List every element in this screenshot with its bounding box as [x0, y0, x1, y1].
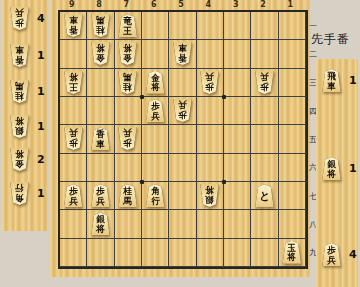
piece-gote-pawn[interactable]: 歩兵 — [9, 7, 30, 30]
piece-gote-silver[interactable]: 銀将 — [199, 184, 220, 207]
piece-kanji: 車 — [178, 43, 187, 53]
board-cell[interactable]: 歩兵 — [142, 97, 169, 125]
file-label: 3 — [222, 0, 249, 10]
board-cell[interactable] — [169, 182, 196, 210]
board-cell[interactable]: 銀将 — [87, 210, 114, 238]
board-cell[interactable] — [60, 239, 87, 267]
board-cell[interactable] — [224, 239, 251, 267]
piece-sente-rook[interactable]: 飛車 — [321, 69, 342, 92]
piece-kanji: 行 — [15, 183, 24, 193]
board-cell[interactable]: 金将 — [115, 40, 142, 68]
board-cell[interactable]: 歩兵 — [115, 125, 142, 153]
piece-kanji: 兵 — [260, 72, 269, 82]
piece-gote-lance[interactable]: 香車 — [9, 44, 30, 67]
piece-kanji: 行 — [151, 197, 160, 207]
piece-gote-knight[interactable]: 桂馬 — [117, 71, 138, 94]
file-label: 4 — [195, 0, 222, 10]
piece-sente-knight[interactable]: 桂馬 — [117, 184, 138, 207]
hoshi-dot — [222, 180, 226, 184]
hoshi-dot — [140, 180, 144, 184]
piece-kanji: 馬 — [96, 15, 105, 25]
piece-kanji: 桂 — [15, 91, 24, 101]
gote-hand-silver[interactable]: 銀将1 — [9, 115, 45, 138]
board-cell[interactable] — [251, 125, 278, 153]
piece-kanji: 車 — [96, 140, 105, 150]
board-cell[interactable] — [169, 239, 196, 267]
board-cell[interactable] — [197, 12, 224, 40]
piece-gote-pawn[interactable]: 歩兵 — [117, 127, 138, 150]
piece-kanji: 香 — [15, 55, 24, 65]
piece-kanji: 将 — [124, 43, 133, 53]
board-cell[interactable] — [224, 125, 251, 153]
piece-kanji: 桂 — [96, 25, 105, 35]
gote-captured-tray: 歩兵4香車1桂馬1銀将1金将2角行1 — [2, 0, 48, 231]
board-cell[interactable] — [115, 154, 142, 182]
board-cell[interactable] — [224, 40, 251, 68]
capture-count: 1 — [37, 85, 45, 98]
board-cell[interactable]: 桂馬 — [87, 12, 114, 40]
piece-sente-king[interactable]: 玉将 — [281, 241, 302, 264]
board-cell[interactable] — [224, 182, 251, 210]
board-cell[interactable] — [279, 40, 306, 68]
piece-gote-pawn[interactable]: 歩兵 — [199, 71, 220, 94]
board-cell[interactable] — [169, 210, 196, 238]
capture-count: 1 — [349, 74, 357, 87]
board-cell[interactable]: 歩兵 — [251, 69, 278, 97]
piece-kanji: 兵 — [327, 256, 336, 266]
piece-gote-pawn[interactable]: 歩兵 — [254, 71, 275, 94]
board-cell[interactable]: 角行 — [142, 182, 169, 210]
piece-kanji: 馬 — [124, 197, 133, 207]
board-cell[interactable]: 玉将 — [279, 239, 306, 267]
hoshi-dot — [222, 95, 226, 99]
piece-kanji: 兵 — [178, 100, 187, 110]
piece-kanji: 兵 — [206, 72, 215, 82]
capture-count: 4 — [349, 248, 357, 261]
file-label: 8 — [85, 0, 112, 10]
capture-count: 1 — [349, 162, 357, 175]
board-cell[interactable] — [224, 210, 251, 238]
piece-kanji: 角 — [15, 193, 24, 203]
piece-kanji: 将 — [15, 116, 24, 126]
board-cell[interactable] — [279, 12, 306, 40]
piece-kanji: 将 — [151, 83, 160, 93]
piece-kanji: 王 — [69, 81, 78, 91]
piece-kanji: 兵 — [69, 128, 78, 138]
board-cell[interactable] — [197, 125, 224, 153]
piece-kanji: 将 — [327, 170, 336, 180]
board-cell[interactable] — [279, 69, 306, 97]
piece-kanji: 桂 — [124, 81, 133, 91]
board-cell[interactable] — [251, 97, 278, 125]
board-cell[interactable] — [142, 210, 169, 238]
piece-kanji: 兵 — [69, 197, 78, 207]
board-cell[interactable] — [60, 97, 87, 125]
gote-hand-bishop[interactable]: 角行1 — [9, 182, 45, 205]
piece-kanji: 将 — [15, 149, 24, 159]
piece-gote-pawn[interactable]: 歩兵 — [63, 127, 84, 150]
piece-kanji: 車 — [327, 82, 336, 92]
piece-gote-bishop[interactable]: 角行 — [9, 182, 30, 205]
sente-hand-pawn[interactable]: 歩兵4 — [321, 243, 357, 266]
board-cell[interactable] — [60, 154, 87, 182]
board-cell[interactable] — [224, 97, 251, 125]
board-cell[interactable]: 歩兵 — [169, 97, 196, 125]
piece-gote-gold[interactable]: 金将 — [9, 148, 30, 171]
piece-kanji: 将 — [96, 43, 105, 53]
board-cell[interactable]: 歩兵 — [60, 125, 87, 153]
capture-count: 1 — [37, 49, 45, 62]
board-cell[interactable] — [142, 40, 169, 68]
sente-hand-rook[interactable]: 飛車1 — [321, 69, 357, 92]
piece-kanji: 兵 — [96, 197, 105, 207]
piece-sente-pawn[interactable]: 歩兵 — [321, 243, 342, 266]
piece-gote-pawn[interactable]: 歩兵 — [172, 99, 193, 122]
piece-kanji: 歩 — [178, 110, 187, 120]
board-cell[interactable]: 銀将 — [197, 182, 224, 210]
piece-sente-pawn[interactable]: 歩兵 — [63, 184, 84, 207]
board-cell[interactable]: 歩兵 — [87, 182, 114, 210]
piece-kanji: 歩 — [15, 18, 24, 28]
board-cell[interactable] — [169, 69, 196, 97]
board-cell[interactable] — [142, 125, 169, 153]
piece-sente-bishop[interactable]: 角行 — [145, 184, 166, 207]
capture-count: 1 — [37, 120, 45, 133]
board-cell[interactable]: 歩兵 — [197, 69, 224, 97]
board-cell[interactable] — [279, 182, 306, 210]
piece-gote-gold[interactable]: 金将 — [90, 42, 111, 65]
gote-hand-knight[interactable]: 桂馬1 — [9, 80, 45, 103]
piece-sente-tokin[interactable]: と — [254, 184, 275, 207]
hoshi-dot — [140, 95, 144, 99]
piece-kanji: 将 — [96, 225, 105, 235]
board-cell[interactable]: 香車 — [169, 40, 196, 68]
file-label: 1 — [277, 0, 304, 10]
file-label: 6 — [140, 0, 167, 10]
piece-gote-gold[interactable]: 金将 — [117, 42, 138, 65]
board-cell[interactable] — [279, 125, 306, 153]
sente-captured-tray: 飛車1銀将1歩兵4 — [316, 59, 358, 287]
piece-gote-knight[interactable]: 桂馬 — [90, 14, 111, 37]
piece-kanji: 香 — [69, 25, 78, 35]
piece-sente-gold[interactable]: 金将 — [145, 71, 166, 94]
piece-kanji: 将 — [288, 253, 297, 263]
board-cell[interactable]: 香車 — [60, 12, 87, 40]
board-cell[interactable] — [169, 125, 196, 153]
board-cell[interactable] — [224, 12, 251, 40]
board-cell[interactable] — [142, 12, 169, 40]
piece-gote-king[interactable]: 王将 — [63, 71, 84, 94]
piece-sente-pawn[interactable]: 歩兵 — [90, 184, 111, 207]
board-cell[interactable] — [87, 97, 114, 125]
capture-count: 1 — [37, 187, 45, 200]
piece-gote-knight[interactable]: 桂馬 — [9, 80, 30, 103]
piece-kanji: 将 — [206, 185, 215, 195]
piece-sente-promoted-rook[interactable]: 竜王 — [117, 14, 138, 37]
board-cell[interactable] — [142, 239, 169, 267]
piece-kanji: 兵 — [124, 128, 133, 138]
board-cell[interactable] — [251, 40, 278, 68]
shogi-board: 987654321 香車桂馬竜王金将金将香車王将桂馬金将歩兵歩兵歩兵歩兵歩兵香車… — [50, 0, 310, 277]
piece-sente-silver[interactable]: 銀将 — [90, 212, 111, 235]
board-cell[interactable] — [169, 12, 196, 40]
piece-kanji: 将 — [69, 72, 78, 82]
capture-count: 4 — [37, 12, 45, 25]
board-cell[interactable] — [169, 154, 196, 182]
board-cell[interactable]: 王将 — [60, 69, 87, 97]
board-cell[interactable]: 金将 — [142, 69, 169, 97]
board-cell[interactable] — [197, 239, 224, 267]
piece-kanji: 王 — [124, 27, 133, 37]
file-label: 7 — [113, 0, 140, 10]
board-cell[interactable] — [251, 239, 278, 267]
board-cell[interactable] — [142, 154, 169, 182]
piece-kanji: 金 — [15, 159, 24, 169]
board-cell[interactable] — [115, 97, 142, 125]
board-cell[interactable]: と — [251, 182, 278, 210]
piece-kanji: 銀 — [206, 195, 215, 205]
board-cell[interactable] — [60, 210, 87, 238]
file-label: 9 — [58, 0, 85, 10]
piece-gote-lance[interactable]: 香車 — [172, 42, 193, 65]
gote-hand-lance[interactable]: 香車1 — [9, 44, 45, 67]
piece-kanji: 歩 — [124, 138, 133, 148]
board-cell[interactable] — [197, 154, 224, 182]
board-cell[interactable] — [115, 210, 142, 238]
board-cell[interactable]: 香車 — [87, 125, 114, 153]
board-cell[interactable]: 金将 — [87, 40, 114, 68]
board-cell[interactable] — [224, 154, 251, 182]
piece-kanji: 車 — [69, 15, 78, 25]
piece-sente-pawn[interactable]: 歩兵 — [145, 99, 166, 122]
turn-indicator: 先手番 — [311, 31, 359, 48]
piece-gote-silver[interactable]: 銀将 — [9, 115, 30, 138]
board-cell[interactable] — [197, 40, 224, 68]
gote-hand-pawn[interactable]: 歩兵4 — [9, 7, 45, 30]
board-cell[interactable] — [60, 40, 87, 68]
piece-gote-lance[interactable]: 香車 — [63, 14, 84, 37]
file-label: 2 — [249, 0, 276, 10]
file-label: 5 — [167, 0, 194, 10]
board-cell[interactable] — [251, 154, 278, 182]
piece-kanji: 香 — [178, 53, 187, 63]
piece-kanji: 歩 — [69, 138, 78, 148]
board-cell[interactable]: 竜王 — [115, 12, 142, 40]
board-cell[interactable] — [115, 239, 142, 267]
board-cell[interactable] — [279, 154, 306, 182]
piece-kanji: 金 — [96, 53, 105, 63]
board-cell[interactable] — [87, 239, 114, 267]
piece-kanji: 車 — [15, 45, 24, 55]
board-cell[interactable] — [87, 154, 114, 182]
piece-kanji: と — [259, 187, 270, 206]
board-cell[interactable] — [251, 210, 278, 238]
board-cell[interactable] — [251, 12, 278, 40]
board-cell[interactable] — [279, 210, 306, 238]
piece-sente-silver[interactable]: 銀将 — [321, 157, 342, 180]
gote-hand-gold[interactable]: 金将2 — [9, 148, 45, 171]
piece-kanji: 金 — [124, 53, 133, 63]
board-cell[interactable] — [197, 210, 224, 238]
board-cell[interactable]: 桂馬 — [115, 182, 142, 210]
file-labels: 987654321 — [58, 0, 304, 10]
piece-kanji: 兵 — [15, 8, 24, 18]
piece-kanji: 歩 — [260, 81, 269, 91]
piece-kanji: 銀 — [15, 126, 24, 136]
board-cell[interactable] — [279, 97, 306, 125]
piece-sente-lance[interactable]: 香車 — [90, 127, 111, 150]
piece-kanji: 馬 — [15, 81, 24, 91]
piece-kanji: 兵 — [151, 112, 160, 122]
board-cell[interactable]: 歩兵 — [60, 182, 87, 210]
board-cell[interactable] — [224, 69, 251, 97]
sente-hand-silver[interactable]: 銀将1 — [321, 157, 357, 180]
board-cell[interactable]: 桂馬 — [115, 69, 142, 97]
piece-kanji: 歩 — [206, 81, 215, 91]
board-cell[interactable] — [197, 97, 224, 125]
piece-kanji: 馬 — [124, 72, 133, 82]
capture-count: 2 — [37, 153, 45, 166]
board-grid: 香車桂馬竜王金将金将香車王将桂馬金将歩兵歩兵歩兵歩兵歩兵香車歩兵歩兵歩兵桂馬角行… — [58, 10, 308, 269]
board-cell[interactable] — [87, 69, 114, 97]
